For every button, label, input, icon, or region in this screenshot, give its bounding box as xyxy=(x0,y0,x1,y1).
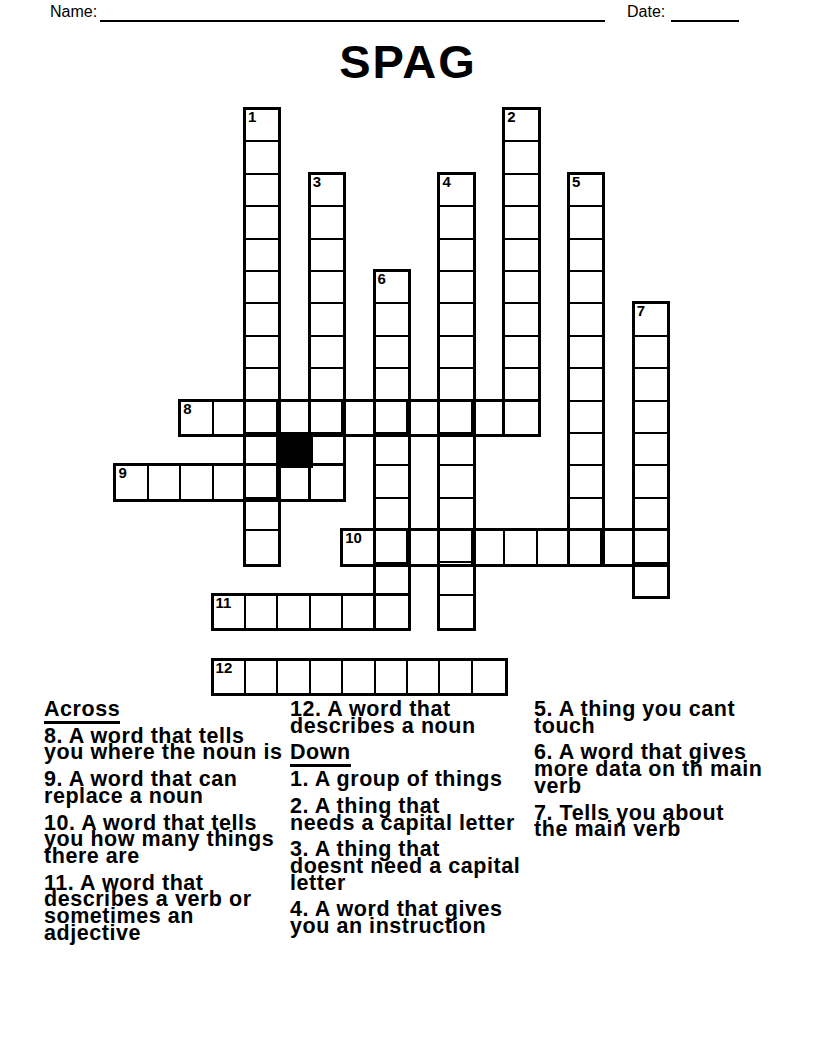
worksheet-page: Name: Date: SPAG 123456789101112 Across8… xyxy=(0,0,816,1056)
grid-cell[interactable] xyxy=(473,402,505,434)
clue-column-1: Across8. A word that tells you where the… xyxy=(44,701,284,951)
clue-heading: Down xyxy=(290,744,530,761)
grid-cell[interactable] xyxy=(440,402,472,434)
grid-cell[interactable] xyxy=(635,402,667,434)
grid-cell[interactable] xyxy=(311,596,343,628)
grid-cell[interactable] xyxy=(246,434,278,466)
grid-cell[interactable] xyxy=(635,369,667,401)
grid-cell[interactable] xyxy=(440,499,472,531)
grid-cell[interactable]: 12 xyxy=(214,661,246,693)
grid-cell[interactable] xyxy=(376,596,408,628)
grid-cell[interactable] xyxy=(440,531,472,563)
grid-cell[interactable] xyxy=(570,531,602,563)
grid-cell[interactable] xyxy=(602,531,634,563)
grid-cell[interactable] xyxy=(246,661,278,693)
clues-section: Across8. A word that tells you where the… xyxy=(0,0,816,356)
clue: 5. A thing you cant touch xyxy=(534,701,774,734)
grid-cell[interactable] xyxy=(635,466,667,498)
grid-cell[interactable] xyxy=(408,531,440,563)
clue: 9. A word that can replace a noun xyxy=(44,771,284,804)
grid-cell[interactable] xyxy=(635,499,667,531)
grid-cell[interactable]: 8 xyxy=(181,402,213,434)
clue: 2. A thing that needs a capital letter xyxy=(290,798,530,831)
grid-cell[interactable] xyxy=(376,402,408,434)
word-11-across: 11 xyxy=(211,593,411,631)
grid-cell[interactable] xyxy=(505,531,537,563)
black-cell xyxy=(276,432,312,468)
grid-cell[interactable] xyxy=(570,466,602,498)
grid-cell[interactable] xyxy=(376,531,408,563)
grid-cell[interactable] xyxy=(278,402,310,434)
grid-cell[interactable] xyxy=(311,369,343,401)
grid-cell[interactable] xyxy=(311,661,343,693)
grid-cell[interactable] xyxy=(311,434,343,466)
grid-cell[interactable] xyxy=(246,596,278,628)
grid-cell[interactable] xyxy=(343,596,375,628)
grid-cell[interactable] xyxy=(376,564,408,596)
grid-cell[interactable] xyxy=(246,531,278,563)
grid-cell[interactable] xyxy=(440,661,472,693)
grid-cell[interactable] xyxy=(440,563,472,595)
clue: 10. A word that tells you how many thing… xyxy=(44,815,284,865)
grid-cell[interactable]: 11 xyxy=(214,596,246,628)
clue: 11. A word that describes a verb or some… xyxy=(44,875,284,942)
clue-column-2: 12. A word that describes a nounDown1. A… xyxy=(290,701,530,945)
grid-cell[interactable] xyxy=(440,369,472,401)
grid-cell[interactable] xyxy=(376,499,408,531)
grid-cell[interactable] xyxy=(246,499,278,531)
grid-cell[interactable] xyxy=(440,466,472,498)
grid-cell[interactable] xyxy=(505,369,537,401)
grid-cell[interactable] xyxy=(570,499,602,531)
grid-cell[interactable] xyxy=(278,596,310,628)
grid-cell[interactable] xyxy=(570,402,602,434)
grid-cell[interactable] xyxy=(473,661,505,693)
grid-cell[interactable]: 10 xyxy=(343,531,375,563)
clue: 3. A thing that doesnt need a capital le… xyxy=(290,841,530,891)
grid-cell[interactable] xyxy=(635,564,667,596)
grid-cell[interactable] xyxy=(570,369,602,401)
clue: 6. A word that gives more data on th mai… xyxy=(534,744,774,794)
grid-cell[interactable] xyxy=(246,369,278,401)
grid-cell[interactable] xyxy=(538,531,570,563)
grid-cell[interactable] xyxy=(214,466,246,498)
grid-cell[interactable] xyxy=(408,402,440,434)
grid-cell[interactable] xyxy=(376,661,408,693)
word-12-across: 12 xyxy=(211,658,509,696)
clue-heading: Across xyxy=(44,701,284,718)
clue: 8. A word that tells you where the noun … xyxy=(44,728,284,761)
grid-cell[interactable] xyxy=(311,466,343,498)
grid-cell[interactable] xyxy=(278,661,310,693)
clue-column-3: 5. A thing you cant touch6. A word that … xyxy=(534,701,774,848)
grid-cell[interactable] xyxy=(408,661,440,693)
grid-cell[interactable] xyxy=(505,402,537,434)
grid-cell[interactable] xyxy=(635,531,667,563)
clue-number: 8 xyxy=(183,401,191,417)
grid-cell[interactable] xyxy=(181,466,213,498)
clue: 1. A group of things xyxy=(290,771,530,788)
grid-cell[interactable] xyxy=(278,466,310,498)
grid-cell[interactable]: 9 xyxy=(116,466,148,498)
clue: 4. A word that gives you an instruction xyxy=(290,901,530,934)
word-10-across: 10 xyxy=(340,528,670,566)
grid-cell[interactable] xyxy=(343,661,375,693)
clue: 12. A word that describes a noun xyxy=(290,701,530,734)
grid-cell[interactable] xyxy=(311,402,343,434)
grid-cell[interactable] xyxy=(343,402,375,434)
grid-cell[interactable] xyxy=(149,466,181,498)
word-9-across: 9 xyxy=(113,463,346,501)
clue-number: 12 xyxy=(216,660,233,676)
grid-cell[interactable] xyxy=(376,466,408,498)
clue-number: 10 xyxy=(345,530,362,546)
grid-cell[interactable] xyxy=(214,402,246,434)
grid-cell[interactable] xyxy=(376,434,408,466)
clue-number: 9 xyxy=(118,465,126,481)
grid-cell[interactable] xyxy=(376,369,408,401)
clue-number: 11 xyxy=(216,595,232,611)
grid-cell[interactable] xyxy=(440,434,472,466)
grid-cell[interactable] xyxy=(246,466,278,498)
grid-cell[interactable] xyxy=(570,434,602,466)
grid-cell[interactable] xyxy=(473,531,505,563)
clue: 7. Tells you about the main verb xyxy=(534,805,774,838)
word-8-across: 8 xyxy=(178,399,540,437)
grid-cell[interactable] xyxy=(246,402,278,434)
grid-cell[interactable] xyxy=(635,434,667,466)
grid-cell[interactable] xyxy=(440,596,472,628)
